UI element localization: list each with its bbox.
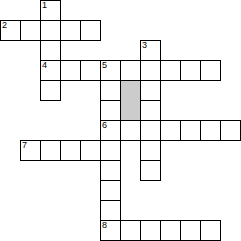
crossword-cell[interactable]: [180, 220, 201, 241]
crossword-cell[interactable]: [120, 220, 141, 241]
crossword-cell[interactable]: [140, 60, 161, 81]
crossword-cell[interactable]: [160, 220, 181, 241]
crossword-cell[interactable]: [140, 220, 161, 241]
crossword-cell[interactable]: [140, 160, 161, 181]
crossword-cell[interactable]: [100, 140, 121, 161]
crossword-board: 12345678: [0, 0, 241, 241]
crossword-cell[interactable]: [200, 220, 221, 241]
crossword-cell-shaded[interactable]: [120, 80, 141, 121]
crossword-cell[interactable]: 4: [40, 60, 61, 81]
clue-number: 7: [22, 141, 27, 150]
crossword-cell[interactable]: [100, 180, 121, 201]
crossword-cell[interactable]: [80, 140, 101, 161]
clue-number: 3: [142, 41, 147, 50]
crossword-cell[interactable]: [200, 120, 221, 141]
crossword-cell[interactable]: [160, 120, 181, 141]
crossword-cell[interactable]: [100, 160, 121, 181]
clue-number: 2: [2, 21, 7, 30]
crossword-cell[interactable]: [80, 20, 101, 41]
clue-number: 8: [102, 221, 107, 230]
crossword-cell[interactable]: [40, 140, 61, 161]
clue-number: 4: [42, 61, 47, 70]
crossword-cell[interactable]: [180, 120, 201, 141]
crossword-cell[interactable]: 8: [100, 220, 121, 241]
clue-number: 1: [42, 1, 47, 10]
crossword-cell[interactable]: [100, 100, 121, 121]
crossword-cell[interactable]: [100, 80, 121, 101]
crossword-cell[interactable]: 6: [100, 120, 121, 141]
crossword-cell[interactable]: [140, 80, 161, 101]
crossword-cell[interactable]: 7: [20, 140, 41, 161]
crossword-cell[interactable]: [140, 100, 161, 121]
crossword-cell[interactable]: [80, 60, 101, 81]
crossword-cell[interactable]: [60, 20, 81, 41]
crossword-cell[interactable]: [20, 20, 41, 41]
crossword-cell[interactable]: [140, 140, 161, 161]
crossword-cell[interactable]: [120, 120, 141, 141]
crossword-cell[interactable]: [60, 140, 81, 161]
crossword-cell[interactable]: 5: [100, 60, 121, 81]
clue-number: 6: [102, 121, 107, 130]
crossword-cell[interactable]: [120, 60, 141, 81]
crossword-cell[interactable]: [40, 20, 61, 41]
crossword-cell[interactable]: [60, 60, 81, 81]
crossword-cell[interactable]: [140, 120, 161, 141]
crossword-cell[interactable]: [220, 120, 241, 141]
crossword-cell[interactable]: 2: [0, 20, 21, 41]
crossword-cell[interactable]: [100, 200, 121, 221]
crossword-cell[interactable]: [200, 60, 221, 81]
crossword-cell[interactable]: [180, 60, 201, 81]
clue-number: 5: [102, 61, 107, 70]
crossword-cell[interactable]: 3: [140, 40, 161, 61]
crossword-cell[interactable]: [160, 60, 181, 81]
crossword-cell[interactable]: 1: [40, 0, 61, 21]
crossword-cell[interactable]: [40, 80, 61, 101]
crossword-cell[interactable]: [40, 40, 61, 61]
